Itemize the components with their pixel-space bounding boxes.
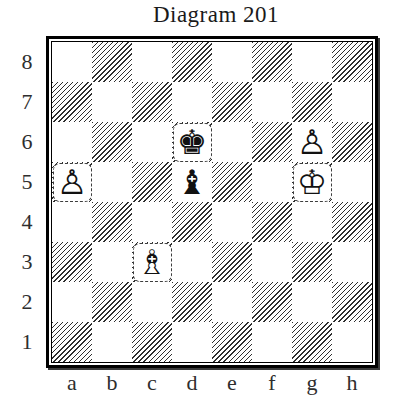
square-e7 [212,82,252,122]
square-g1 [292,322,332,362]
file-label-e: e [212,369,252,397]
square-f6 [252,122,292,162]
chess-board: ♚♙♙♝♔♗ [46,36,378,368]
square-a6 [52,122,92,162]
square-c4 [132,202,172,242]
rank-label-1: 1 [15,322,39,362]
piece-white-pawn-a5: ♙ [53,163,92,202]
square-e8 [212,42,252,82]
rank-label-5: 5 [15,162,39,202]
square-h3 [332,242,372,282]
square-g5: ♔ [292,162,332,202]
square-a1 [52,322,92,362]
square-g7 [292,82,332,122]
chess-diagram-page: Diagram 201 87654321 ♚♙♙♝♔♗ abcdefgh [0,0,400,400]
square-a7 [52,82,92,122]
square-h4 [332,202,372,242]
square-h5 [332,162,372,202]
square-e5 [212,162,252,202]
square-h2 [332,282,372,322]
square-f8 [252,42,292,82]
file-label-b: b [92,369,132,397]
board-inner-frame: ♚♙♙♝♔♗ [51,41,373,363]
square-b3 [92,242,132,282]
file-label-g: g [292,369,332,397]
square-d6: ♚ [172,122,212,162]
piece-white-king-g5: ♔ [293,163,332,202]
square-d5: ♝ [172,162,212,202]
square-b8 [92,42,132,82]
rank-label-6: 6 [15,122,39,162]
square-c8 [132,42,172,82]
square-g2 [292,282,332,322]
square-c3: ♗ [132,242,172,282]
square-f3 [252,242,292,282]
square-c2 [132,282,172,322]
diagram-title: Diagram 201 [46,2,386,28]
square-b7 [92,82,132,122]
square-a5: ♙ [52,162,92,202]
file-labels: abcdefgh [52,369,372,397]
square-e6 [212,122,252,162]
board-grid: ♚♙♙♝♔♗ [52,42,372,362]
square-a4 [52,202,92,242]
square-b4 [92,202,132,242]
piece-white-bishop-c3: ♗ [133,243,172,282]
rank-label-7: 7 [15,82,39,122]
square-c7 [132,82,172,122]
square-c5 [132,162,172,202]
square-e3 [212,242,252,282]
square-f7 [252,82,292,122]
square-c1 [132,322,172,362]
file-label-h: h [332,369,372,397]
piece-white-pawn-g6: ♙ [297,125,327,159]
file-label-f: f [252,369,292,397]
square-f2 [252,282,292,322]
square-d1 [172,322,212,362]
square-h7 [332,82,372,122]
square-d4 [172,202,212,242]
square-b6 [92,122,132,162]
square-h1 [332,322,372,362]
square-h8 [332,42,372,82]
piece-black-bishop-d5: ♝ [177,165,207,199]
square-g4 [292,202,332,242]
square-a8 [52,42,92,82]
square-a3 [52,242,92,282]
piece-black-king-d6: ♚ [173,123,212,162]
rank-label-2: 2 [15,282,39,322]
square-b5 [92,162,132,202]
rank-labels: 87654321 [15,42,39,362]
file-label-c: c [132,369,172,397]
square-g8 [292,42,332,82]
square-d8 [172,42,212,82]
square-d7 [172,82,212,122]
square-e2 [212,282,252,322]
rank-label-4: 4 [15,202,39,242]
square-d3 [172,242,212,282]
square-e4 [212,202,252,242]
square-b1 [92,322,132,362]
square-g6: ♙ [292,122,332,162]
square-g3 [292,242,332,282]
square-h6 [332,122,372,162]
square-f5 [252,162,292,202]
rank-label-3: 3 [15,242,39,282]
square-a2 [52,282,92,322]
square-b2 [92,282,132,322]
file-label-d: d [172,369,212,397]
square-f1 [252,322,292,362]
square-c6 [132,122,172,162]
square-e1 [212,322,252,362]
file-label-a: a [52,369,92,397]
rank-label-8: 8 [15,42,39,82]
square-d2 [172,282,212,322]
square-f4 [252,202,292,242]
